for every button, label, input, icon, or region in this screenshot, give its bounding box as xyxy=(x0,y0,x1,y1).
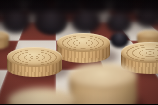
light-man-piece[interactable] xyxy=(69,63,137,104)
light-man-piece[interactable] xyxy=(8,88,76,105)
piece-top xyxy=(8,88,76,105)
light-man-piece[interactable] xyxy=(57,33,110,63)
light-pieces-layer xyxy=(0,0,158,104)
checkers-board-photo xyxy=(0,0,158,104)
piece-top xyxy=(137,30,158,40)
engraved-rings xyxy=(73,67,133,90)
engraved-rings xyxy=(10,49,58,66)
engraved-rings xyxy=(124,44,158,62)
light-man-piece[interactable] xyxy=(7,47,62,77)
